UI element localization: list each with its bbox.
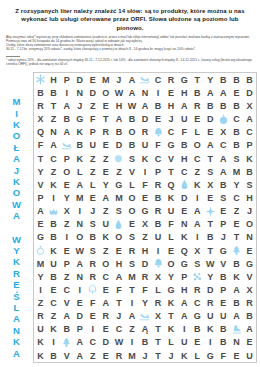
grid-cell: Y <box>165 270 178 283</box>
grid-cell: R <box>99 310 112 323</box>
grid-cell: W <box>73 244 86 257</box>
grid-cell: Y <box>34 165 47 178</box>
title-letter: N <box>13 325 20 336</box>
grid-cell: A <box>73 336 86 349</box>
grid-cell: E <box>217 296 230 309</box>
grid-cell: U <box>243 349 256 362</box>
grid-cell: D <box>138 257 151 270</box>
grid-cell: C <box>60 283 73 296</box>
grid-cell: B <box>178 139 191 152</box>
grid-cell: K <box>178 349 191 362</box>
grid-cell: U <box>152 231 165 244</box>
grid-cell: G <box>165 283 178 296</box>
grid-cell: V <box>125 165 138 178</box>
grid-cell: R <box>152 205 165 218</box>
grid-cell: B <box>230 257 243 270</box>
grid-cell: U <box>34 323 47 336</box>
grid-cell: E <box>217 205 230 218</box>
title-letter: Ś <box>13 291 19 302</box>
grid-cell: S <box>191 257 204 270</box>
grid-cell: J <box>138 349 151 362</box>
grid-cell: K <box>165 296 178 309</box>
title-letter: A <box>13 348 20 359</box>
title-letter: K <box>13 336 20 347</box>
grid-cell: E <box>86 73 99 86</box>
grid-cell: P <box>60 73 73 86</box>
grid-cell: E <box>99 349 112 362</box>
grid-cell: V <box>60 349 73 362</box>
grid-cell: G <box>178 257 191 270</box>
grid-cell: U <box>178 336 191 349</box>
grid-cell: B <box>230 126 243 139</box>
grid-cell: K <box>230 270 243 283</box>
grid-cell: Q <box>34 126 47 139</box>
grid-cell: O <box>125 191 138 204</box>
grid-cell: R <box>191 99 204 112</box>
grid-cell: X <box>217 126 230 139</box>
grid-cell: X <box>34 113 47 126</box>
grid-cell: Z <box>86 165 99 178</box>
grid-cell: S <box>125 257 138 270</box>
grid-cell: H <box>243 191 256 204</box>
grid-cell: K <box>138 152 151 165</box>
footnote: * rabat wynosi 20% - dla zamówień złożon… <box>6 58 260 69</box>
grid-cell: B <box>217 323 230 336</box>
grid-cell: A <box>99 191 112 204</box>
grid-cell: N <box>73 86 86 99</box>
grid-cell: R <box>165 73 178 86</box>
grid-cell: Z <box>34 296 47 309</box>
snowball-icon <box>112 152 125 165</box>
grid-cell: A <box>191 218 204 231</box>
puzzle-title-vertical: MIKOŁAJKOWA WYKREŚLANKA <box>0 72 33 363</box>
title-letter: K <box>13 176 20 187</box>
grid-cell: C <box>112 323 125 336</box>
grid-cell: J <box>112 73 125 86</box>
grid-cell: A <box>73 349 86 362</box>
grid-cell: E <box>73 296 86 309</box>
grid-cell: G <box>217 244 230 257</box>
drop-icon <box>112 218 125 231</box>
grid-cell: J <box>243 205 256 218</box>
grid-cell: U <box>178 113 191 126</box>
grid-cell: A <box>230 310 243 323</box>
grid-cell: D <box>243 86 256 99</box>
grid-cell: E <box>243 336 256 349</box>
grid-cell: X <box>152 270 165 283</box>
grid-cell: W <box>125 99 138 112</box>
grid-cell: Z <box>99 152 112 165</box>
grid-cell: A <box>34 205 47 218</box>
grid-cell: M <box>125 349 138 362</box>
grid-cell: B <box>34 86 47 99</box>
grid-cell: P <box>243 139 256 152</box>
grid-cell: Z <box>112 165 125 178</box>
grid-cell: A <box>204 139 217 152</box>
grid-cell: B <box>243 73 256 86</box>
grid-cell: K <box>178 231 191 244</box>
grid-cell: I <box>125 336 138 349</box>
grid-cell: E <box>138 191 151 204</box>
grid-cell: R <box>152 178 165 191</box>
grid-cell: E <box>99 99 112 112</box>
grid-cell: X <box>152 310 165 323</box>
grid-cell: C <box>165 126 178 139</box>
grid-cell: Z <box>47 310 60 323</box>
grid-cell: U <box>138 139 151 152</box>
grid-cell: S <box>86 244 99 257</box>
title-letter: E <box>13 279 19 290</box>
grid-cell: O <box>125 126 138 139</box>
grid-cell: R <box>243 296 256 309</box>
promo-terms: Aby otrzymać rabat* wystarczy, przy skła… <box>6 35 260 55</box>
grid-cell: M <box>230 165 243 178</box>
flyer-page: Z rozsypanych liter należy znaleźć 14 sł… <box>0 0 260 367</box>
instructions-text: Z rozsypanych liter należy znaleźć 14 sł… <box>0 0 260 32</box>
grid-cell: A <box>99 296 112 309</box>
grid-cell: B <box>191 323 204 336</box>
grid-cell: F <box>165 218 178 231</box>
grid-cell: O <box>243 218 256 231</box>
grid-cell: L <box>86 178 99 191</box>
grid-cell: E <box>230 86 243 99</box>
grid-cell: K <box>73 152 86 165</box>
grid-cell: A <box>60 126 73 139</box>
grid-cell: R <box>86 257 99 270</box>
grid-cell: A <box>125 73 138 86</box>
grid-cell: H <box>178 283 191 296</box>
grid-cell: B <box>217 178 230 191</box>
grid-cell: Z <box>99 244 112 257</box>
drop-icon <box>178 178 191 191</box>
grid-cell: F <box>138 178 151 191</box>
grid-cell: F <box>178 126 191 139</box>
grid-cell: E <box>178 205 191 218</box>
grid-cell: E <box>86 191 99 204</box>
snowflake-icon <box>34 73 47 86</box>
grid-cell: X <box>243 99 256 112</box>
grid-cell: B <box>230 139 243 152</box>
grid-cell: H <box>178 152 191 165</box>
title-letter: M <box>13 96 21 107</box>
grid-cell: D <box>99 336 112 349</box>
bell-icon <box>86 283 99 296</box>
grid-cell: B <box>243 310 256 323</box>
grid-cell: G <box>191 310 204 323</box>
grid-cell: O <box>99 86 112 99</box>
grid-cell: Y <box>204 270 217 283</box>
grid-cell: L <box>191 349 204 362</box>
grid-cell: T <box>165 165 178 178</box>
grid-cell: K <box>191 178 204 191</box>
grid-cell: C <box>152 152 165 165</box>
grid-cell: O <box>112 231 125 244</box>
grid-cell: A <box>178 296 191 309</box>
grid-cell: J <box>165 113 178 126</box>
grid-cell: B <box>152 99 165 112</box>
grid-cell: K <box>243 152 256 165</box>
grid-cell: T <box>165 310 178 323</box>
grid-cell: L <box>125 178 138 191</box>
grid-cell: R <box>99 126 112 139</box>
grid-cell: M <box>99 73 112 86</box>
grid-cell: B <box>138 336 151 349</box>
grid-cell: I <box>86 323 99 336</box>
grid-cell: T <box>112 296 125 309</box>
grid-cell: Z <box>47 165 60 178</box>
grid-cell: B <box>217 336 230 349</box>
grid-cell: K <box>47 323 60 336</box>
grid-cell: E <box>60 244 73 257</box>
grid-cell: H <box>138 244 151 257</box>
wordsearch-grid: HPDEMJACRGTYBBBBBINDOWANIEHBAAEDRTAJZEHW… <box>33 72 257 363</box>
grid-cell: B <box>217 99 230 112</box>
grid-cell: W <box>204 257 217 270</box>
grid-cell: U <box>204 310 217 323</box>
grid-cell: R <box>125 244 138 257</box>
grid-cell: C <box>230 191 243 204</box>
grid-cell: K <box>165 323 178 336</box>
grid-cell: U <box>47 257 60 270</box>
grid-cell: E <box>99 283 112 296</box>
grid-cell: A <box>243 323 256 336</box>
grid-cell: B <box>152 218 165 231</box>
grid-cell: V <box>243 270 256 283</box>
title-word-mikolajkowa: MIKOŁAJKOWA <box>12 96 21 221</box>
grid-cell: T <box>191 73 204 86</box>
grid-cell: J <box>112 310 125 323</box>
grid-cell: C <box>191 296 204 309</box>
grid-cell: E <box>191 113 204 126</box>
title-letter: R <box>13 268 20 279</box>
grid-cell: I <box>73 283 86 296</box>
sleigh-icon <box>138 310 151 323</box>
grid-cell: T <box>152 323 165 336</box>
grid-cell: H <box>112 99 125 112</box>
grid-cell: I <box>60 86 73 99</box>
grid-cell: E <box>47 283 60 296</box>
grid-cell: K <box>34 336 47 349</box>
grid-cell: V <box>34 178 47 191</box>
grid-cell: L <box>191 126 204 139</box>
title-letter: W <box>12 234 21 245</box>
puzzle-area: MIKOŁAJKOWA WYKREŚLANKA HPDEMJACRGTYBBBB… <box>0 72 260 363</box>
title-letter: K <box>13 119 20 130</box>
grid-cell: H <box>165 99 178 112</box>
grid-cell: O <box>165 257 178 270</box>
grid-cell: R <box>152 296 165 309</box>
grid-cell: M <box>73 191 86 204</box>
grid-cell: I <box>191 231 204 244</box>
grid-cell: Z <box>60 270 73 283</box>
grid-cell: R <box>138 270 151 283</box>
grid-cell: I <box>125 296 138 309</box>
grid-cell: Y <box>60 191 73 204</box>
grid-cell: E <box>60 178 73 191</box>
grid-cell: L <box>73 165 86 178</box>
grid-cell: R <box>204 296 217 309</box>
grid-cell: E <box>99 139 112 152</box>
grid-cell: Y <box>138 296 151 309</box>
grid-cell: Ą <box>138 323 151 336</box>
grid-cell: R <box>34 99 47 112</box>
grid-cell: E <box>152 113 165 126</box>
grid-cell: I <box>178 323 191 336</box>
grid-cell: E <box>86 310 99 323</box>
grid-cell: P <box>73 323 86 336</box>
grid-cell: O <box>125 205 138 218</box>
grid-cell: P <box>34 191 47 204</box>
grid-cell: X <box>138 218 151 231</box>
grid-cell: A <box>217 165 230 178</box>
grid-cell: Z <box>86 349 99 362</box>
grid-cell: H <box>178 86 191 99</box>
grid-cell: A <box>217 86 230 99</box>
grid-cell: H <box>112 257 125 270</box>
grid-cell: D <box>73 310 86 323</box>
grid-cell: L <box>165 336 178 349</box>
grid-cell: H <box>47 73 60 86</box>
grid-cell: C <box>47 296 60 309</box>
grid-cell: U <box>217 310 230 323</box>
grid-cell: T <box>230 231 243 244</box>
bauble-icon <box>34 244 47 257</box>
grid-cell: V <box>217 257 230 270</box>
grid-cell: K <box>47 244 60 257</box>
grid-cell: Y <box>99 178 112 191</box>
cluster-icon <box>191 270 204 283</box>
grid-cell: B <box>112 126 125 139</box>
title-letter: A <box>13 153 20 164</box>
grid-cell: A <box>125 310 138 323</box>
grid-cell: R <box>86 270 99 283</box>
grid-cell: T <box>152 336 165 349</box>
grid-cell: Y <box>204 73 217 86</box>
grid-cell: B <box>47 270 60 283</box>
grid-cell: A <box>47 139 60 152</box>
grid-cell: B <box>86 231 99 244</box>
grid-cell: P <box>60 152 73 165</box>
grid-cell: D <box>112 139 125 152</box>
grid-cell: B <box>47 231 60 244</box>
grid-cell: E <box>112 244 125 257</box>
tree-icon <box>230 244 243 257</box>
grid-cell: N <box>73 270 86 283</box>
grid-cell: R <box>112 349 125 362</box>
grid-cell: E <box>230 349 243 362</box>
grid-cell: R <box>138 126 151 139</box>
grid-cell: Z <box>191 165 204 178</box>
grid-cell: B <box>217 270 230 283</box>
grid-cell: B <box>60 113 73 126</box>
grid-cell: P <box>86 126 99 139</box>
grid-cell: R <box>191 283 204 296</box>
grid-cell: Y <box>230 178 243 191</box>
grid-cell: X <box>191 244 204 257</box>
grid-cell: V <box>60 296 73 309</box>
grid-cell: N <box>138 86 151 99</box>
title-letter: L <box>14 302 20 313</box>
grid-cell: Z <box>47 113 60 126</box>
grid-cell: Z <box>138 231 151 244</box>
grid-cell: I <box>152 86 165 99</box>
grid-cell: A <box>73 178 86 191</box>
grid-cell: R <box>34 310 47 323</box>
title-letter: O <box>13 130 20 141</box>
title-letter: Y <box>13 245 19 256</box>
grid-cell: I <box>191 191 204 204</box>
grid-cell: P <box>178 270 191 283</box>
grid-cell: I <box>204 336 217 349</box>
grid-cell: E <box>230 218 243 231</box>
grid-cell: P <box>152 165 165 178</box>
grid-cell: B <box>191 86 204 99</box>
grid-cell: O <box>73 231 86 244</box>
grid-cell: U <box>99 218 112 231</box>
grid-cell: B <box>230 296 243 309</box>
grid-cell: E <box>204 191 217 204</box>
grid-cell: B <box>152 191 165 204</box>
grid-cell: S <box>112 205 125 218</box>
grid-cell: S <box>125 152 138 165</box>
grid-cell: L <box>152 283 165 296</box>
grid-cell: A <box>178 310 191 323</box>
grid-cell: J <box>217 231 230 244</box>
bauble-icon <box>217 113 230 126</box>
grid-cell: C <box>152 73 165 86</box>
grid-cell: D <box>178 191 191 204</box>
grid-cell: B <box>60 323 73 336</box>
star-icon <box>204 205 217 218</box>
sleigh-icon <box>60 139 73 152</box>
grid-cell: X <box>243 283 256 296</box>
grid-cell: V <box>165 152 178 165</box>
grid-cell: G <box>178 73 191 86</box>
grid-cell: B <box>47 218 60 231</box>
grid-cell: S <box>217 191 230 204</box>
grid-cell: B <box>217 73 230 86</box>
grid-cell: E <box>165 244 178 257</box>
grid-cell: A <box>217 152 230 165</box>
grid-cell: X <box>204 178 217 191</box>
grid-cell: A <box>112 270 125 283</box>
grid-cell: A <box>178 99 191 112</box>
grid-cell: C <box>230 113 243 126</box>
grid-cell: K <box>73 126 86 139</box>
grid-cell: A <box>230 283 243 296</box>
grid-cell: B <box>204 99 217 112</box>
grid-cell: T <box>125 283 138 296</box>
grid-cell: T <box>204 218 217 231</box>
grid-cell: I <box>60 231 73 244</box>
grid-cell: E <box>165 86 178 99</box>
grid-cell: G <box>165 139 178 152</box>
grid-cell: G <box>34 231 47 244</box>
sleigh-icon <box>138 73 151 86</box>
grid-cell: N <box>230 336 243 349</box>
title-letter: I <box>15 108 18 119</box>
grid-cell: M <box>112 191 125 204</box>
grid-cell: F <box>86 113 99 126</box>
title-word-wykreslanka: WYKREŚLANKA <box>12 234 21 359</box>
grid-cell: F <box>217 349 230 362</box>
grid-cell: J <box>86 205 99 218</box>
grid-cell: T <box>47 99 60 112</box>
grid-cell: B <box>47 349 60 362</box>
grid-cell: Z <box>86 99 99 112</box>
grid-cell: E <box>191 336 204 349</box>
grid-cell: G <box>73 113 86 126</box>
